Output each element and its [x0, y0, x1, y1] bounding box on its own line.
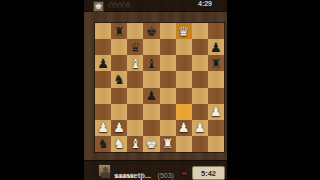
square-h5[interactable]: [208, 71, 224, 87]
square-g5[interactable]: [192, 71, 208, 87]
black-knight[interactable]: ♞: [97, 137, 109, 150]
square-b4[interactable]: [111, 88, 127, 104]
square-f1[interactable]: [176, 136, 192, 152]
opponent-avatar[interactable]: ♚: [93, 1, 104, 12]
black-pawn[interactable]: ♟: [146, 89, 158, 102]
white-pawn[interactable]: ♟: [178, 121, 190, 134]
black-bishop[interactable]: ♝: [146, 57, 158, 70]
square-a1[interactable]: ♞: [95, 136, 111, 152]
square-h1[interactable]: [208, 136, 224, 152]
square-g4[interactable]: [192, 88, 208, 104]
square-c2[interactable]: [127, 120, 143, 136]
square-a4[interactable]: [95, 88, 111, 104]
square-h6[interactable]: ♜: [208, 55, 224, 71]
square-c1[interactable]: ♝: [127, 136, 143, 152]
opponent-bar: ♚ ♟♟♟♟♝ 4:29: [84, 0, 227, 12]
square-g8[interactable]: [192, 23, 208, 39]
square-h3[interactable]: ♟: [208, 104, 224, 120]
material-advantage: +3: [137, 172, 144, 179]
black-rook[interactable]: ♜: [210, 57, 222, 70]
chess-board[interactable]: ♜♚♛♛♟♟♝♝♜♞♟♟♟♟♟♟♞♞♝♚♜: [95, 23, 224, 152]
square-f4[interactable]: [176, 88, 192, 104]
square-f2[interactable]: ♟: [176, 120, 192, 136]
square-e2[interactable]: [160, 120, 176, 136]
square-g2[interactable]: ♟: [192, 120, 208, 136]
player-rating: (503): [158, 172, 174, 179]
square-c7[interactable]: ♛: [127, 39, 143, 55]
black-knight[interactable]: ♞: [113, 73, 125, 86]
player-clock: 5:42: [192, 166, 225, 180]
opponent-captured-pieces: ♟♟♟♟♝: [108, 1, 129, 9]
square-f6[interactable]: [176, 55, 192, 71]
opponent-clock: 4:29: [198, 0, 212, 7]
video-frame: ♚ ♟♟♟♟♝ 4:29 ♜♚♛♛♟♟♝♝♜♞♟♟♟♟♟♟♞♞♝♚♜ sumee…: [0, 0, 320, 180]
square-c3[interactable]: [127, 104, 143, 120]
square-h8[interactable]: [208, 23, 224, 39]
white-bishop[interactable]: ♝: [129, 137, 141, 150]
white-pawn[interactable]: ♟: [194, 121, 206, 134]
square-e4[interactable]: [160, 88, 176, 104]
square-b5[interactable]: ♞: [111, 71, 127, 87]
square-c5[interactable]: [127, 71, 143, 87]
square-f3[interactable]: [176, 104, 192, 120]
square-g6[interactable]: [192, 55, 208, 71]
letterbox-right: [227, 0, 320, 180]
square-c4[interactable]: [127, 88, 143, 104]
square-d6[interactable]: ♝: [143, 55, 159, 71]
captured-glyphs: ♟♟♟♞♜: [114, 173, 133, 179]
square-g7[interactable]: [192, 39, 208, 55]
square-c8[interactable]: [127, 23, 143, 39]
square-e8[interactable]: [160, 23, 176, 39]
square-d5[interactable]: [143, 71, 159, 87]
white-king[interactable]: ♚: [146, 137, 158, 150]
king-silhouette-icon: ♚: [95, 3, 102, 11]
avatar-body: [101, 172, 110, 178]
square-g3[interactable]: [192, 104, 208, 120]
chess-app: ♚ ♟♟♟♟♝ 4:29 ♜♚♛♛♟♟♝♝♜♞♟♟♟♟♟♟♞♞♝♚♜ sumee…: [84, 0, 227, 180]
square-c6[interactable]: ♝: [127, 55, 143, 71]
black-king[interactable]: ♚: [146, 25, 158, 38]
square-a2[interactable]: ♟: [95, 120, 111, 136]
white-pawn[interactable]: ♟: [113, 121, 125, 134]
player-bar: sumeetp... (503) ♟♟♟♞♜ +3 5:42: [84, 160, 227, 180]
white-knight[interactable]: ♞: [113, 137, 125, 150]
square-b8[interactable]: ♜: [111, 23, 127, 39]
white-queen[interactable]: ♛: [178, 25, 190, 38]
square-d8[interactable]: ♚: [143, 23, 159, 39]
player-captured-pieces: ♟♟♟♞♜ +3: [114, 172, 144, 179]
player-avatar[interactable]: [98, 164, 111, 177]
black-queen[interactable]: ♛: [129, 41, 141, 54]
black-pawn[interactable]: ♟: [97, 57, 109, 70]
white-pawn[interactable]: ♟: [210, 105, 222, 118]
square-d4[interactable]: ♟: [143, 88, 159, 104]
square-a7[interactable]: [95, 39, 111, 55]
black-pawn[interactable]: ♟: [210, 41, 222, 54]
square-h7[interactable]: ♟: [208, 39, 224, 55]
square-f5[interactable]: [176, 71, 192, 87]
square-b7[interactable]: [111, 39, 127, 55]
square-a6[interactable]: ♟: [95, 55, 111, 71]
square-d2[interactable]: [143, 120, 159, 136]
square-h2[interactable]: [208, 120, 224, 136]
square-f7[interactable]: [176, 39, 192, 55]
square-d1[interactable]: ♚: [143, 136, 159, 152]
square-d3[interactable]: [143, 104, 159, 120]
square-a3[interactable]: [95, 104, 111, 120]
white-bishop[interactable]: ♝: [129, 57, 141, 70]
black-rook[interactable]: ♜: [113, 25, 125, 38]
white-pawn[interactable]: ♟: [97, 121, 109, 134]
square-e5[interactable]: [160, 71, 176, 87]
square-b1[interactable]: ♞: [111, 136, 127, 152]
square-a5[interactable]: [95, 71, 111, 87]
square-e3[interactable]: [160, 104, 176, 120]
square-f8[interactable]: ♛: [176, 23, 192, 39]
square-b3[interactable]: [111, 104, 127, 120]
square-h4[interactable]: [208, 88, 224, 104]
square-g1[interactable]: [192, 136, 208, 152]
square-a8[interactable]: [95, 23, 111, 39]
letterbox-left: [0, 0, 84, 180]
square-b2[interactable]: ♟: [111, 120, 127, 136]
square-e6[interactable]: [160, 55, 176, 71]
square-e7[interactable]: [160, 39, 176, 55]
square-b6[interactable]: [111, 55, 127, 71]
square-d7[interactable]: [143, 39, 159, 55]
white-rook[interactable]: ♜: [162, 137, 174, 150]
country-flag-icon: [181, 171, 188, 176]
square-e1[interactable]: ♜: [160, 136, 176, 152]
